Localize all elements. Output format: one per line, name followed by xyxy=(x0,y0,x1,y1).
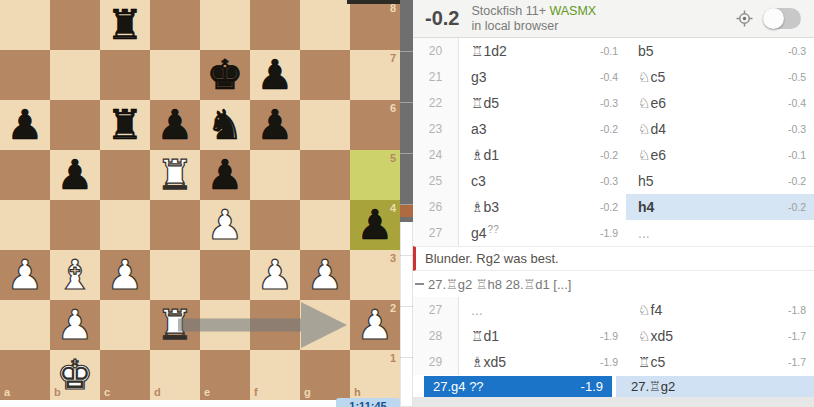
square-b2[interactable]: ♟ xyxy=(50,300,100,350)
engine-panel: -0.2 Stockfish 11+ WASMX in local browse… xyxy=(413,0,814,407)
move-row: 22♖d5-0.3♘e6-0.4 xyxy=(413,90,814,116)
move-number: 23 xyxy=(413,116,459,142)
move-number: 24 xyxy=(413,142,459,168)
rank-label-5: 5 xyxy=(390,153,396,164)
move-black[interactable]: b5-0.3 xyxy=(626,38,814,64)
analysis-app: ♜8♚♟7♟♜♟♞♟6♟♜♟5♟♟4♟♝♟♟♟3♟♜♟2a♚bcdefg1h 1… xyxy=(0,0,814,407)
black-pawn-f6[interactable]: ♟ xyxy=(250,100,300,150)
judgment-comment: Blunder. Rg2 was best. xyxy=(413,246,814,271)
white-bishop-b3[interactable]: ♝ xyxy=(50,250,100,300)
rank-label-1: 1 xyxy=(390,353,396,364)
square-c6[interactable]: ♜ xyxy=(100,100,150,150)
square-h8[interactable]: 8 xyxy=(350,0,400,50)
best-move-button[interactable]: 27.♖g2 xyxy=(616,376,814,397)
square-e2[interactable] xyxy=(200,300,250,350)
square-a5[interactable] xyxy=(0,150,50,200)
engine-name: Stockfish 11+ xyxy=(471,4,545,18)
board[interactable]: ♜8♚♟7♟♜♟♞♟6♟♜♟5♟♟4♟♝♟♟♟3♟♜♟2a♚bcdefg1h xyxy=(0,0,400,400)
bottom-strip xyxy=(413,397,814,407)
engine-toggle[interactable] xyxy=(763,8,801,29)
white-rook-d5[interactable]: ♜ xyxy=(150,150,200,200)
square-h5[interactable]: 5 xyxy=(350,150,400,200)
move-number: 28 xyxy=(413,323,459,349)
move-row: 27...♘f4-1.8 xyxy=(413,297,814,323)
white-pawn-a3[interactable]: ♟ xyxy=(0,250,50,300)
move-number: 20 xyxy=(413,38,459,64)
square-a8[interactable] xyxy=(0,0,50,50)
square-e1[interactable]: e xyxy=(200,350,250,400)
clock-badge: 1:11:45 xyxy=(336,398,400,407)
move-number: 29 xyxy=(413,349,459,375)
square-d2[interactable]: ♜ xyxy=(150,300,200,350)
engine-eval: -0.2 xyxy=(413,7,471,30)
engine-toggle-knob xyxy=(763,8,784,29)
move-black[interactable]: ... xyxy=(626,220,814,246)
square-g3[interactable]: ♟ xyxy=(300,250,350,300)
file-label-e: e xyxy=(204,387,210,398)
move-black[interactable]: ♘e6-0.4 xyxy=(626,90,814,116)
move-row: 20♖1d2-0.1b5-0.3 xyxy=(413,38,814,64)
square-b3[interactable]: ♝ xyxy=(50,250,100,300)
black-pawn-a6[interactable]: ♟ xyxy=(0,100,50,150)
square-h1[interactable]: 1h xyxy=(350,350,400,400)
move-black[interactable]: ♘xd5-1.7 xyxy=(626,323,814,349)
square-e6[interactable]: ♞ xyxy=(200,100,250,150)
square-e5[interactable]: ♟ xyxy=(200,150,250,200)
move-number: 27 xyxy=(413,220,459,246)
white-pawn-g3[interactable]: ♟ xyxy=(300,250,350,300)
square-b8[interactable] xyxy=(50,0,100,50)
move-number: 21 xyxy=(413,64,459,90)
move-number: 27 xyxy=(413,297,459,323)
move-white[interactable]: a3-0.2 xyxy=(459,116,626,142)
square-e7[interactable]: ♚ xyxy=(200,50,250,100)
square-c4[interactable] xyxy=(100,200,150,250)
square-b5[interactable]: ♟ xyxy=(50,150,100,200)
rank-label-4: 4 xyxy=(390,203,396,214)
file-label-f: f xyxy=(254,387,258,398)
white-rook-d2[interactable]: ♜ xyxy=(150,300,200,350)
move-white[interactable]: c3-0.3 xyxy=(459,168,626,194)
black-pawn-e5[interactable]: ♟ xyxy=(200,150,250,200)
square-f8[interactable] xyxy=(250,0,300,50)
square-e3[interactable] xyxy=(200,250,250,300)
square-d5[interactable]: ♜ xyxy=(150,150,200,200)
square-a4[interactable] xyxy=(0,200,50,250)
white-pawn-c3[interactable]: ♟ xyxy=(100,250,150,300)
square-g5[interactable] xyxy=(300,150,350,200)
square-d8[interactable] xyxy=(150,0,200,50)
move-white[interactable]: ♗d1-0.2 xyxy=(459,142,626,168)
move-white[interactable]: ♖d5-0.3 xyxy=(459,90,626,116)
black-rook-c6[interactable]: ♜ xyxy=(100,100,150,150)
move-black[interactable]: ♘e6-0.1 xyxy=(626,142,814,168)
move-white[interactable]: ♗xd5-1.9 xyxy=(459,349,626,375)
white-pawn-e4[interactable]: ♟ xyxy=(200,200,250,250)
square-f7[interactable]: ♟ xyxy=(250,50,300,100)
move-white[interactable]: ♗b3-0.2 xyxy=(459,194,626,220)
square-a7[interactable] xyxy=(0,50,50,100)
square-d4[interactable] xyxy=(150,200,200,250)
target-icon[interactable] xyxy=(736,10,753,27)
square-g6[interactable] xyxy=(300,100,350,150)
square-g1[interactable]: g xyxy=(300,350,350,400)
engine-tech: WASMX xyxy=(549,4,596,18)
file-label-d: d xyxy=(154,387,161,398)
black-pawn-b5[interactable]: ♟ xyxy=(50,150,100,200)
move-row: 27g4??-1.9... xyxy=(413,220,814,246)
square-c7[interactable] xyxy=(100,50,150,100)
square-h6[interactable]: 6 xyxy=(350,100,400,150)
square-g7[interactable] xyxy=(300,50,350,100)
square-c5[interactable] xyxy=(100,150,150,200)
move-row: 26♗b3-0.2h4-0.2 xyxy=(413,194,814,220)
engine-location: in local browser xyxy=(471,19,596,34)
square-e8[interactable] xyxy=(200,0,250,50)
square-g8[interactable] xyxy=(300,0,350,50)
black-knight-e6[interactable]: ♞ xyxy=(200,100,250,150)
rank-label-2: 2 xyxy=(390,303,396,314)
rank-label-8: 8 xyxy=(390,3,396,14)
square-c8[interactable]: ♜ xyxy=(100,0,150,50)
square-f2[interactable] xyxy=(250,300,300,350)
square-e4[interactable]: ♟ xyxy=(200,200,250,250)
move-row: 29♗xd5-1.9♖c5-1.7 xyxy=(413,349,814,375)
file-label-a: a xyxy=(4,387,10,398)
square-b4[interactable] xyxy=(50,200,100,250)
square-b1[interactable]: ♚b xyxy=(50,350,100,400)
move-black[interactable]: h5-0.2 xyxy=(626,168,814,194)
move-black[interactable]: h4-0.2 xyxy=(626,194,814,220)
white-pawn-f3[interactable]: ♟ xyxy=(250,250,300,300)
move-black[interactable]: ♘f4-1.8 xyxy=(626,297,814,323)
move-number: 25 xyxy=(413,168,459,194)
move-white[interactable]: ... xyxy=(459,297,626,323)
file-label-b: b xyxy=(54,387,61,398)
square-a6[interactable]: ♟ xyxy=(0,100,50,150)
engine-meta: Stockfish 11+ WASMX in local browser xyxy=(471,4,596,34)
square-f5[interactable] xyxy=(250,150,300,200)
move-row: 25c3-0.3h5-0.2 xyxy=(413,168,814,194)
file-label-c: c xyxy=(104,387,110,398)
move-row: 28♖d1-1.9♘xd5-1.7 xyxy=(413,323,814,349)
square-c3[interactable]: ♟ xyxy=(100,250,150,300)
eval-gauge-marker xyxy=(400,205,413,217)
black-king-e7[interactable]: ♚ xyxy=(200,50,250,100)
rank-label-7: 7 xyxy=(390,53,396,64)
black-pawn-d6[interactable]: ♟ xyxy=(150,100,200,150)
move-white[interactable]: g4??-1.9 xyxy=(459,220,626,246)
square-a2[interactable] xyxy=(0,300,50,350)
variation-line[interactable]: 27.♖g2 ♖h8 28.♖d1 [...] xyxy=(413,271,814,297)
black-pawn-f7[interactable]: ♟ xyxy=(250,50,300,100)
square-f6[interactable]: ♟ xyxy=(250,100,300,150)
square-d1[interactable]: d xyxy=(150,350,200,400)
engine-header: -0.2 Stockfish 11+ WASMX in local browse… xyxy=(413,0,814,38)
square-b7[interactable] xyxy=(50,50,100,100)
file-label-h: h xyxy=(354,387,361,398)
square-a1[interactable]: a xyxy=(0,350,50,400)
move-list: 20♖1d2-0.1b5-0.321g3-0.4♘c5-0.522♖d5-0.3… xyxy=(413,38,814,376)
rank-label-3: 3 xyxy=(390,253,396,264)
square-d6[interactable]: ♟ xyxy=(150,100,200,150)
square-c1[interactable]: c xyxy=(100,350,150,400)
played-move-label: 27.g4 ?? xyxy=(433,379,484,394)
square-f1[interactable]: f xyxy=(250,350,300,400)
eval-gauge xyxy=(400,0,413,407)
square-d3[interactable] xyxy=(150,250,200,300)
move-white[interactable]: ♖d1-1.9 xyxy=(459,323,626,349)
file-label-g: g xyxy=(304,387,311,398)
square-f3[interactable]: ♟ xyxy=(250,250,300,300)
played-move-eval: -1.9 xyxy=(581,379,603,394)
square-h7[interactable]: 7 xyxy=(350,50,400,100)
move-black[interactable]: ♘d4-0.3 xyxy=(626,116,814,142)
move-row: 23a3-0.2♘d4-0.3 xyxy=(413,116,814,142)
square-g2[interactable] xyxy=(300,300,350,350)
square-g4[interactable] xyxy=(300,200,350,250)
square-a3[interactable]: ♟ xyxy=(0,250,50,300)
square-c2[interactable] xyxy=(100,300,150,350)
played-move-button[interactable]: 27.g4 ?? -1.9 xyxy=(424,376,612,397)
square-f4[interactable] xyxy=(250,200,300,250)
interline-bar: 27.g4 ?? -1.9 27.♖g2 xyxy=(424,376,814,397)
square-h4[interactable]: ♟4 xyxy=(350,200,400,250)
square-d7[interactable] xyxy=(150,50,200,100)
move-white[interactable]: ♖1d2-0.1 xyxy=(459,38,626,64)
move-number: 26 xyxy=(413,194,459,220)
rank-label-6: 6 xyxy=(390,103,396,114)
move-row: 24♗d1-0.2♘e6-0.1 xyxy=(413,142,814,168)
white-pawn-b2[interactable]: ♟ xyxy=(50,300,100,350)
move-row: 21g3-0.4♘c5-0.5 xyxy=(413,64,814,90)
move-black[interactable]: ♖c5-1.7 xyxy=(626,349,814,375)
eval-gauge-black xyxy=(400,0,413,222)
square-h2[interactable]: ♟2 xyxy=(350,300,400,350)
black-rook-c8[interactable]: ♜ xyxy=(100,0,150,50)
move-number: 22 xyxy=(413,90,459,116)
square-b6[interactable] xyxy=(50,100,100,150)
move-white[interactable]: g3-0.4 xyxy=(459,64,626,90)
move-black[interactable]: ♘c5-0.5 xyxy=(626,64,814,90)
square-h3[interactable]: 3 xyxy=(350,250,400,300)
best-move-label: 27.♖g2 xyxy=(631,379,675,394)
